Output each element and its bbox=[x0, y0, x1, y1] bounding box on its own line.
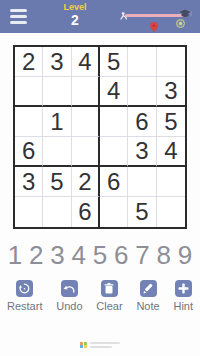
cell-r1c1[interactable]: 2 bbox=[15, 47, 43, 77]
numpad-9[interactable]: 9 bbox=[175, 240, 195, 271]
tool-label: Clear bbox=[96, 300, 122, 312]
cell-r5c5[interactable] bbox=[128, 167, 156, 197]
header-bar: Level 2 bbox=[0, 0, 200, 33]
restart-button[interactable]: Restart bbox=[7, 280, 42, 312]
cell-r4c3[interactable] bbox=[72, 137, 100, 167]
cell-r1c3[interactable]: 4 bbox=[72, 47, 100, 77]
toolbar: RestartUndoClearNoteHint bbox=[0, 280, 200, 312]
undo-button[interactable]: Undo bbox=[56, 280, 82, 312]
cell-r2c5[interactable] bbox=[128, 77, 156, 107]
level-progress-widget bbox=[120, 4, 192, 30]
cell-r5c6[interactable] bbox=[157, 167, 185, 197]
number-pad: 123456789 bbox=[0, 240, 200, 271]
cell-r4c2[interactable] bbox=[43, 137, 71, 167]
numpad-4[interactable]: 4 bbox=[69, 240, 89, 271]
numpad-6[interactable]: 6 bbox=[111, 240, 131, 271]
cell-r5c4[interactable]: 6 bbox=[100, 167, 128, 197]
cell-r2c2[interactable] bbox=[43, 77, 71, 107]
note-button[interactable]: Note bbox=[136, 280, 159, 312]
cell-r2c4[interactable]: 4 bbox=[100, 77, 128, 107]
numpad-3[interactable]: 3 bbox=[48, 240, 68, 271]
cell-r3c3[interactable] bbox=[72, 107, 100, 137]
level-progress-bar bbox=[125, 14, 185, 17]
cell-r6c2[interactable] bbox=[43, 197, 71, 227]
tool-label: Restart bbox=[7, 300, 42, 312]
restart-icon bbox=[16, 280, 33, 297]
cell-r1c6[interactable] bbox=[157, 47, 185, 77]
logo-icon bbox=[80, 342, 87, 349]
menu-icon[interactable] bbox=[10, 9, 27, 24]
level-value: 2 bbox=[55, 13, 95, 28]
cell-r5c2[interactable]: 5 bbox=[43, 167, 71, 197]
cell-r2c1[interactable] bbox=[15, 77, 43, 107]
hint-button[interactable]: Hint bbox=[173, 280, 193, 312]
cell-r5c3[interactable]: 2 bbox=[72, 167, 100, 197]
cell-r3c2[interactable]: 1 bbox=[43, 107, 71, 137]
tool-label: Note bbox=[136, 300, 159, 312]
location-pin-icon bbox=[150, 18, 158, 36]
cell-r3c4[interactable] bbox=[100, 107, 128, 137]
trash-icon bbox=[101, 280, 118, 297]
cell-r6c6[interactable] bbox=[157, 197, 185, 227]
cell-r3c1[interactable] bbox=[15, 107, 43, 137]
watermark-logo bbox=[0, 341, 200, 350]
undo-icon bbox=[61, 280, 78, 297]
numpad-8[interactable]: 8 bbox=[154, 240, 174, 271]
cell-r2c3[interactable] bbox=[72, 77, 100, 107]
cell-r6c5[interactable]: 5 bbox=[128, 197, 156, 227]
level-badge-icon bbox=[176, 19, 185, 28]
cell-r1c4[interactable]: 5 bbox=[100, 47, 128, 77]
numpad-7[interactable]: 7 bbox=[133, 240, 153, 271]
numpad-2[interactable]: 2 bbox=[26, 240, 46, 271]
cell-r1c5[interactable] bbox=[128, 47, 156, 77]
numpad-5[interactable]: 5 bbox=[90, 240, 110, 271]
clear-button[interactable]: Clear bbox=[96, 280, 122, 312]
cell-r6c4[interactable] bbox=[100, 197, 128, 227]
pencil-icon bbox=[140, 280, 157, 297]
tool-label: Undo bbox=[56, 300, 82, 312]
cell-r1c2[interactable]: 3 bbox=[43, 47, 71, 77]
tool-label: Hint bbox=[173, 300, 193, 312]
cell-r6c1[interactable] bbox=[15, 197, 43, 227]
numpad-1[interactable]: 1 bbox=[5, 240, 25, 271]
level-display: Level 2 bbox=[55, 2, 95, 28]
cell-r6c3[interactable]: 6 bbox=[72, 197, 100, 227]
plus-icon bbox=[175, 280, 192, 297]
cell-r4c4[interactable] bbox=[100, 137, 128, 167]
cell-r3c6[interactable]: 5 bbox=[157, 107, 185, 137]
cell-r4c6[interactable]: 4 bbox=[157, 137, 185, 167]
cell-r5c1[interactable]: 3 bbox=[15, 167, 43, 197]
cell-r4c1[interactable]: 6 bbox=[15, 137, 43, 167]
sudoku-board: 234543165634352665 bbox=[13, 45, 187, 229]
cell-r2c6[interactable]: 3 bbox=[157, 77, 185, 107]
cell-r3c5[interactable]: 6 bbox=[128, 107, 156, 137]
cell-r4c5[interactable]: 3 bbox=[128, 137, 156, 167]
